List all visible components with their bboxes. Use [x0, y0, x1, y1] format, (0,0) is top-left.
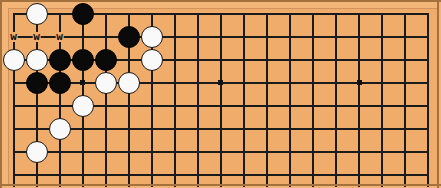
- intersection-D15: [71, 94, 94, 117]
- intersection-F17: [117, 48, 140, 71]
- intersection-N15: [279, 94, 302, 117]
- intersection-F14: [117, 117, 140, 140]
- black-stone-E17: [95, 49, 117, 71]
- intersection-O16: [302, 71, 325, 94]
- intersection-M12: [256, 163, 279, 186]
- intersection-H18: [163, 25, 186, 48]
- intersection-E15: [94, 94, 117, 117]
- black-stone-D17: [72, 49, 94, 71]
- intersection-Q17: [348, 48, 371, 71]
- intersection-M14: [256, 117, 279, 140]
- intersection-B18: w: [25, 25, 48, 48]
- go-diagram: www: [0, 0, 441, 188]
- white-stone-G18: [141, 26, 163, 48]
- point-label-w-A18: w: [9, 32, 18, 42]
- intersection-J13: [186, 140, 209, 163]
- hoshi-point: [357, 80, 362, 85]
- hoshi-point: [218, 80, 223, 85]
- intersection-S18: [394, 25, 417, 48]
- intersection-P13: [325, 140, 348, 163]
- intersection-L15: [232, 94, 255, 117]
- intersection-H15: [163, 94, 186, 117]
- intersection-J14: [186, 117, 209, 140]
- frame-edge-right: [437, 0, 439, 188]
- intersection-R16: [371, 71, 394, 94]
- intersection-F18: [117, 25, 140, 48]
- frame-edge-top: [0, 0, 441, 2]
- intersection-B15: [25, 94, 48, 117]
- intersection-H19: [163, 2, 186, 25]
- intersection-D13: [71, 140, 94, 163]
- intersection-Q16: [348, 71, 371, 94]
- black-stone-C16: [49, 72, 71, 94]
- intersection-O12: [302, 163, 325, 186]
- intersection-K15: [209, 94, 232, 117]
- intersection-B14: [25, 117, 48, 140]
- white-stone-B13: [26, 141, 48, 163]
- intersection-J16: [186, 71, 209, 94]
- intersection-Q19: [348, 2, 371, 25]
- intersection-F15: [117, 94, 140, 117]
- intersection-N17: [279, 48, 302, 71]
- intersection-R12: [371, 163, 394, 186]
- intersection-R13: [371, 140, 394, 163]
- intersection-B19: [25, 2, 48, 25]
- point-label-w-B18: w: [32, 32, 41, 42]
- intersection-M17: [256, 48, 279, 71]
- white-stone-B19: [26, 3, 48, 25]
- intersection-G17: [140, 48, 163, 71]
- intersection-M15: [256, 94, 279, 117]
- intersection-B17: [25, 48, 48, 71]
- white-stone-G17: [141, 49, 163, 71]
- intersection-G15: [140, 94, 163, 117]
- intersection-G12: [140, 163, 163, 186]
- intersection-E14: [94, 117, 117, 140]
- intersection-O18: [302, 25, 325, 48]
- intersection-O17: [302, 48, 325, 71]
- intersection-S12: [394, 163, 417, 186]
- intersection-L17: [232, 48, 255, 71]
- intersection-K12: [209, 163, 232, 186]
- intersection-A19: [2, 2, 25, 25]
- intersection-C15: [48, 94, 71, 117]
- intersection-N18: [279, 25, 302, 48]
- intersection-C16: [48, 71, 71, 94]
- intersection-K17: [209, 48, 232, 71]
- intersection-K18: [209, 25, 232, 48]
- black-stone-C17: [49, 49, 71, 71]
- intersection-L19: [232, 2, 255, 25]
- intersection-Q15: [348, 94, 371, 117]
- intersection-L12: [232, 163, 255, 186]
- intersection-L14: [232, 117, 255, 140]
- intersection-O13: [302, 140, 325, 163]
- intersection-H16: [163, 71, 186, 94]
- intersection-F12: [117, 163, 140, 186]
- intersection-O14: [302, 117, 325, 140]
- intersection-P16: [325, 71, 348, 94]
- frame-edge-bottom: [0, 184, 441, 186]
- frame-edge-left: [0, 0, 2, 188]
- intersection-M19: [256, 2, 279, 25]
- intersection-A12: [2, 163, 25, 186]
- white-stone-F16: [118, 72, 140, 94]
- intersection-L16: [232, 71, 255, 94]
- intersection-E16: [94, 71, 117, 94]
- go-board: www: [2, 2, 440, 186]
- intersection-D18: [71, 25, 94, 48]
- intersection-N19: [279, 2, 302, 25]
- intersection-O19: [302, 2, 325, 25]
- intersection-H14: [163, 117, 186, 140]
- intersection-O15: [302, 94, 325, 117]
- intersection-J17: [186, 48, 209, 71]
- intersection-P15: [325, 94, 348, 117]
- intersection-A18: w: [2, 25, 25, 48]
- intersection-J19: [186, 2, 209, 25]
- white-stone-A17: [3, 49, 25, 71]
- intersection-D19: [71, 2, 94, 25]
- intersection-A13: [2, 140, 25, 163]
- intersection-A16: [2, 71, 25, 94]
- intersection-A14: [2, 117, 25, 140]
- intersection-C17: [48, 48, 71, 71]
- intersection-S17: [394, 48, 417, 71]
- intersection-F19: [117, 2, 140, 25]
- intersection-N16: [279, 71, 302, 94]
- intersection-K16: [209, 71, 232, 94]
- intersection-K14: [209, 117, 232, 140]
- intersection-G18: [140, 25, 163, 48]
- intersection-S15: [394, 94, 417, 117]
- intersection-C19: [48, 2, 71, 25]
- intersection-H13: [163, 140, 186, 163]
- intersection-F13: [117, 140, 140, 163]
- black-stone-B16: [26, 72, 48, 94]
- intersection-D12: [71, 163, 94, 186]
- white-stone-B17: [26, 49, 48, 71]
- intersection-M18: [256, 25, 279, 48]
- intersection-R14: [371, 117, 394, 140]
- intersection-C12: [48, 163, 71, 186]
- hoshi-point: [80, 80, 85, 85]
- intersection-G19: [140, 2, 163, 25]
- intersection-N13: [279, 140, 302, 163]
- intersection-A15: [2, 94, 25, 117]
- intersection-G13: [140, 140, 163, 163]
- intersection-B16: [25, 71, 48, 94]
- intersection-Q14: [348, 117, 371, 140]
- intersection-G14: [140, 117, 163, 140]
- intersection-R17: [371, 48, 394, 71]
- intersection-P19: [325, 2, 348, 25]
- white-stone-D15: [72, 95, 94, 117]
- intersection-H12: [163, 163, 186, 186]
- black-stone-F18: [118, 26, 140, 48]
- intersection-S16: [394, 71, 417, 94]
- intersection-P14: [325, 117, 348, 140]
- intersection-S14: [394, 117, 417, 140]
- intersection-J15: [186, 94, 209, 117]
- intersection-Q13: [348, 140, 371, 163]
- intersection-G16: [140, 71, 163, 94]
- intersection-S13: [394, 140, 417, 163]
- intersection-K19: [209, 2, 232, 25]
- intersection-C13: [48, 140, 71, 163]
- intersection-K13: [209, 140, 232, 163]
- intersection-E17: [94, 48, 117, 71]
- intersection-E18: [94, 25, 117, 48]
- intersection-E13: [94, 140, 117, 163]
- white-stone-C14: [49, 118, 71, 140]
- white-stone-E16: [95, 72, 117, 94]
- point-label-w-C18: w: [55, 32, 64, 42]
- intersection-S19: [394, 2, 417, 25]
- intersection-R15: [371, 94, 394, 117]
- black-stone-D19: [72, 3, 94, 25]
- intersection-R19: [371, 2, 394, 25]
- intersection-Q18: [348, 25, 371, 48]
- intersection-R18: [371, 25, 394, 48]
- intersection-P17: [325, 48, 348, 71]
- intersection-C18: w: [48, 25, 71, 48]
- intersection-P12: [325, 163, 348, 186]
- intersection-H17: [163, 48, 186, 71]
- intersection-E12: [94, 163, 117, 186]
- intersection-E19: [94, 2, 117, 25]
- intersection-L18: [232, 25, 255, 48]
- intersection-D17: [71, 48, 94, 71]
- intersection-D16: [71, 71, 94, 94]
- intersection-M16: [256, 71, 279, 94]
- intersection-J18: [186, 25, 209, 48]
- intersection-P18: [325, 25, 348, 48]
- intersection-L13: [232, 140, 255, 163]
- intersection-J12: [186, 163, 209, 186]
- intersection-B13: [25, 140, 48, 163]
- intersection-N12: [279, 163, 302, 186]
- intersection-M13: [256, 140, 279, 163]
- intersection-C14: [48, 117, 71, 140]
- intersection-B12: [25, 163, 48, 186]
- intersection-Q12: [348, 163, 371, 186]
- intersection-F16: [117, 71, 140, 94]
- intersection-D14: [71, 117, 94, 140]
- intersection-N14: [279, 117, 302, 140]
- intersection-A17: [2, 48, 25, 71]
